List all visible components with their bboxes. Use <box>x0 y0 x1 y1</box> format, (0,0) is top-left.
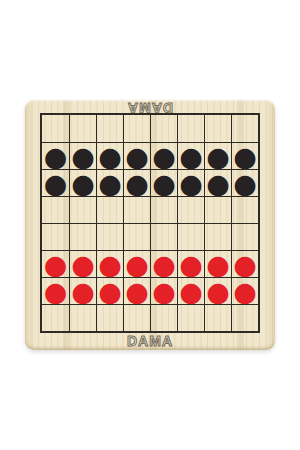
black-piece[interactable]: ● <box>206 146 230 167</box>
page-background: DAMA ●●●●●●●●●●●●●●●●●●●●●●●●●●●●●●●● DA… <box>0 0 300 450</box>
red-piece[interactable]: ● <box>125 281 149 302</box>
black-piece[interactable]: ● <box>98 173 122 194</box>
board-cell[interactable]: ● <box>231 277 258 304</box>
red-piece[interactable]: ● <box>152 281 176 302</box>
board-cell[interactable]: ● <box>42 169 69 196</box>
board-cell[interactable] <box>69 196 96 223</box>
board-cell[interactable] <box>96 115 123 142</box>
board-title-bottom: DAMA <box>25 335 275 348</box>
board-cell[interactable] <box>177 223 204 250</box>
black-piece[interactable]: ● <box>125 173 149 194</box>
board-cell[interactable] <box>177 196 204 223</box>
board-cell[interactable] <box>96 196 123 223</box>
board-cell[interactable] <box>204 115 231 142</box>
black-piece[interactable]: ● <box>179 146 203 167</box>
board-cell[interactable] <box>204 304 231 331</box>
board-cell[interactable]: ● <box>204 277 231 304</box>
board-cell[interactable] <box>69 223 96 250</box>
black-piece[interactable]: ● <box>125 146 149 167</box>
board-cell[interactable]: ● <box>96 250 123 277</box>
board-cell[interactable] <box>123 196 150 223</box>
board-cell[interactable]: ● <box>69 142 96 169</box>
board-cell[interactable] <box>231 304 258 331</box>
board-cell[interactable]: ● <box>69 169 96 196</box>
board-cell[interactable]: ● <box>96 142 123 169</box>
board-cell[interactable] <box>42 196 69 223</box>
board-cell[interactable]: ● <box>231 142 258 169</box>
black-piece[interactable]: ● <box>71 146 95 167</box>
red-piece[interactable]: ● <box>206 281 230 302</box>
black-piece[interactable]: ● <box>233 173 257 194</box>
red-piece[interactable]: ● <box>44 254 68 275</box>
board-cell[interactable]: ● <box>96 277 123 304</box>
black-piece[interactable]: ● <box>206 173 230 194</box>
red-piece[interactable]: ● <box>44 281 68 302</box>
board-cell[interactable]: ● <box>123 250 150 277</box>
board-cell[interactable]: ● <box>150 250 177 277</box>
dama-board: DAMA ●●●●●●●●●●●●●●●●●●●●●●●●●●●●●●●● DA… <box>25 100 275 350</box>
board-cell[interactable] <box>69 115 96 142</box>
board-cell[interactable]: ● <box>69 277 96 304</box>
black-piece[interactable]: ● <box>179 173 203 194</box>
board-cell[interactable]: ● <box>150 169 177 196</box>
board-cell[interactable] <box>42 115 69 142</box>
black-piece[interactable]: ● <box>44 173 68 194</box>
board-cell[interactable] <box>231 223 258 250</box>
board-cell[interactable]: ● <box>96 169 123 196</box>
black-piece[interactable]: ● <box>152 146 176 167</box>
red-piece[interactable]: ● <box>233 281 257 302</box>
board-cell[interactable] <box>204 196 231 223</box>
red-piece[interactable]: ● <box>98 281 122 302</box>
red-piece[interactable]: ● <box>152 254 176 275</box>
board-cell[interactable]: ● <box>123 142 150 169</box>
board-cell[interactable]: ● <box>42 142 69 169</box>
board-cell[interactable]: ● <box>42 250 69 277</box>
black-piece[interactable]: ● <box>98 146 122 167</box>
board-cell[interactable] <box>42 304 69 331</box>
black-piece[interactable]: ● <box>152 173 176 194</box>
board-cell[interactable]: ● <box>177 142 204 169</box>
board-cell[interactable] <box>42 223 69 250</box>
board-cell[interactable]: ● <box>177 250 204 277</box>
black-piece[interactable]: ● <box>44 146 68 167</box>
board-cell[interactable] <box>204 223 231 250</box>
red-piece[interactable]: ● <box>98 254 122 275</box>
board-cell[interactable] <box>123 304 150 331</box>
board-cell[interactable] <box>150 196 177 223</box>
board-cell[interactable] <box>150 223 177 250</box>
board-cell[interactable] <box>150 115 177 142</box>
board-cell[interactable] <box>96 223 123 250</box>
board-cell[interactable]: ● <box>231 169 258 196</box>
board-cell[interactable]: ● <box>204 169 231 196</box>
black-piece[interactable]: ● <box>233 146 257 167</box>
red-piece[interactable]: ● <box>179 281 203 302</box>
board-cell[interactable] <box>231 196 258 223</box>
board-cell[interactable]: ● <box>177 277 204 304</box>
board-cell[interactable]: ● <box>150 142 177 169</box>
board-cell[interactable]: ● <box>42 277 69 304</box>
board-cell[interactable]: ● <box>69 250 96 277</box>
board-cell[interactable] <box>123 115 150 142</box>
board-cell[interactable] <box>177 115 204 142</box>
board-cell[interactable]: ● <box>231 250 258 277</box>
board-cell[interactable] <box>69 304 96 331</box>
red-piece[interactable]: ● <box>206 254 230 275</box>
red-piece[interactable]: ● <box>233 254 257 275</box>
board-cell[interactable] <box>123 223 150 250</box>
board-cell[interactable]: ● <box>204 142 231 169</box>
board-cell[interactable]: ● <box>177 169 204 196</box>
red-piece[interactable]: ● <box>179 254 203 275</box>
black-piece[interactable]: ● <box>71 173 95 194</box>
board-cell[interactable] <box>231 115 258 142</box>
board-cell[interactable] <box>177 304 204 331</box>
board-cell[interactable] <box>150 304 177 331</box>
board-cell[interactable] <box>96 304 123 331</box>
board-cell[interactable]: ● <box>150 277 177 304</box>
board-grid: ●●●●●●●●●●●●●●●●●●●●●●●●●●●●●●●● <box>40 113 260 333</box>
red-piece[interactable]: ● <box>125 254 149 275</box>
red-piece[interactable]: ● <box>71 281 95 302</box>
board-cell[interactable]: ● <box>204 250 231 277</box>
board-cell[interactable]: ● <box>123 169 150 196</box>
board-cell[interactable]: ● <box>123 277 150 304</box>
red-piece[interactable]: ● <box>71 254 95 275</box>
